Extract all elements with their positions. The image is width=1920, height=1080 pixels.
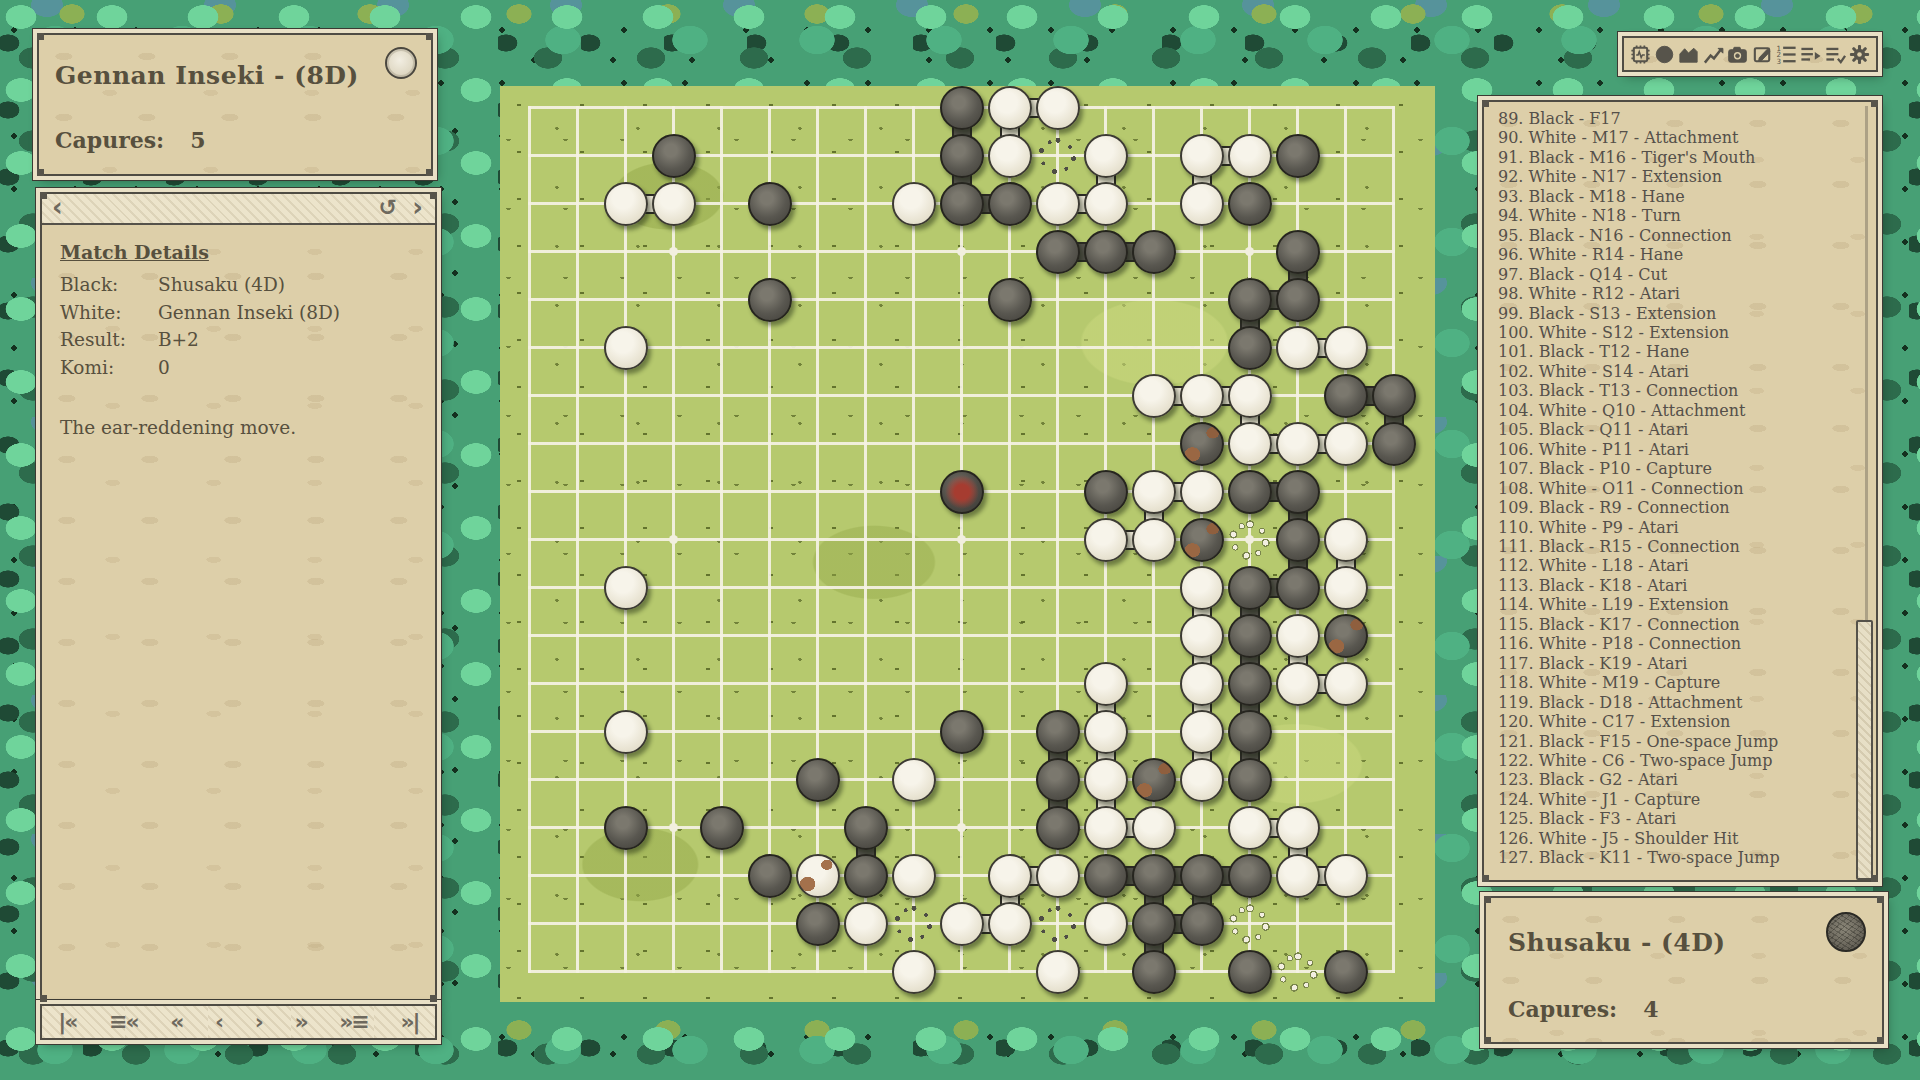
- move-list-item[interactable]: 98. White - R12 - Atari: [1498, 284, 1854, 303]
- white-stone-R12: [1276, 422, 1320, 466]
- black-stone-Q8: [1228, 614, 1272, 658]
- match-details-heading: Match Details: [60, 241, 417, 263]
- white-stone-S12: [1324, 422, 1368, 466]
- match-details-panel: ‹ ↺ › Match Details Black:Shusaku (4D)Wh…: [40, 192, 437, 1002]
- fast-forward-button[interactable]: »: [294, 1007, 306, 1037]
- white-stone-P9: [1180, 566, 1224, 610]
- white-stone-L18: [988, 134, 1032, 178]
- black-stone-N3: [1084, 854, 1128, 898]
- move-navigation-bar: |«≡««‹›»»≡»|: [40, 1004, 437, 1040]
- match-detail-row: Komi:0: [60, 354, 417, 382]
- scrollbar-thumb[interactable]: [1856, 620, 1873, 880]
- move-list-item[interactable]: 115. Black - K17 - Connection: [1498, 615, 1854, 634]
- black-stone-S8: [1324, 614, 1368, 658]
- black-stone-E4: [700, 806, 744, 850]
- jump-forward-button[interactable]: »≡: [339, 1007, 368, 1037]
- capture-marker-Q10: [1227, 517, 1273, 563]
- black-stone-Q1: [1228, 950, 1272, 994]
- detail-label: White:: [60, 299, 158, 327]
- match-detail-row: Result:B+2: [60, 326, 417, 354]
- move-list-item[interactable]: 95. Black - N16 - Connection: [1498, 226, 1854, 245]
- black-stone-F15: [748, 278, 792, 322]
- white-stone-H2: [844, 902, 888, 946]
- move-list-item[interactable]: 122. White - C6 - Two-space Jump: [1498, 751, 1854, 770]
- black-stone-M16: [1036, 230, 1080, 274]
- playlist-icon[interactable]: [1799, 43, 1822, 66]
- first-move-button[interactable]: |«: [58, 1007, 76, 1037]
- move-list-item[interactable]: 111. Black - R15 - Connection: [1498, 537, 1854, 556]
- white-stone-M3: [1036, 854, 1080, 898]
- move-list-item[interactable]: 123. Black - G2 - Atari: [1498, 770, 1854, 789]
- black-stone-O5: [1132, 758, 1176, 802]
- line-chart-icon[interactable]: [1702, 43, 1725, 66]
- move-list-item[interactable]: 107. Black - P10 - Capture: [1498, 459, 1854, 478]
- white-stone-M1: [1036, 950, 1080, 994]
- black-stone-L15: [988, 278, 1032, 322]
- corner-ornament: [426, 169, 433, 176]
- black-stone-N16: [1084, 230, 1128, 274]
- detail-value: 0: [158, 354, 170, 382]
- white-player-name: Gennan Inseki - (8D): [55, 61, 359, 90]
- move-list-item[interactable]: 94. White - N18 - Turn: [1498, 206, 1854, 225]
- black-stone-G5: [796, 758, 840, 802]
- black-stone-K19: [940, 86, 984, 130]
- white-stone-N7: [1084, 662, 1128, 706]
- white-stone-O11: [1132, 470, 1176, 514]
- move-list-item[interactable]: 103. Black - T13 - Connection: [1498, 381, 1854, 400]
- corner-ornament: [1482, 875, 1489, 882]
- match-details-rows: Black:Shusaku (4D)White:Gennan Inseki (8…: [60, 271, 417, 381]
- capture-marker-R1: [1275, 949, 1321, 995]
- white-stone-N17: [1084, 182, 1128, 226]
- move-list-item[interactable]: 124. White - J1 - Capture: [1498, 790, 1854, 809]
- white-stone-N4: [1084, 806, 1128, 850]
- corner-ornament: [40, 995, 47, 1002]
- capture-marker-Q2: [1227, 901, 1273, 947]
- white-stone-S9: [1324, 566, 1368, 610]
- white-stone-D17: [652, 182, 696, 226]
- white-stone-P6: [1180, 710, 1224, 754]
- move-list-item[interactable]: 109. Black - R9 - Connection: [1498, 498, 1854, 517]
- camera-icon[interactable]: [1726, 43, 1749, 66]
- black-stone-L17: [988, 182, 1032, 226]
- area-chart-icon[interactable]: [1677, 43, 1700, 66]
- black-stone-Q5: [1228, 758, 1272, 802]
- white-captures: Capures:5: [55, 127, 206, 153]
- star-point: [669, 247, 678, 256]
- white-stone-J17: [892, 182, 936, 226]
- stone-icon[interactable]: [1653, 43, 1676, 66]
- settings-icon[interactable]: [1848, 43, 1871, 66]
- white-stone-L19: [988, 86, 1032, 130]
- back-button[interactable]: ‹: [215, 1007, 222, 1037]
- black-stone-F17: [748, 182, 792, 226]
- detail-label: Result:: [60, 326, 158, 354]
- white-stone-L2: [988, 902, 1032, 946]
- black-stone-M5: [1036, 758, 1080, 802]
- jump-back-button[interactable]: ≡«: [109, 1007, 138, 1037]
- black-stone-S13: [1324, 374, 1368, 418]
- white-stone-N18: [1084, 134, 1128, 178]
- move-list-item[interactable]: 97. Black - Q14 - Cut: [1498, 265, 1854, 284]
- move-list-item[interactable]: 108. White - O11 - Connection: [1498, 479, 1854, 498]
- white-stone-Q18: [1228, 134, 1272, 178]
- black-stone-P3: [1180, 854, 1224, 898]
- white-stone-G3: [796, 854, 840, 898]
- black-stone-M6: [1036, 710, 1080, 754]
- black-stone-R16: [1276, 230, 1320, 274]
- black-captures: Capures:4: [1508, 996, 1659, 1022]
- black-stone-Q6: [1228, 710, 1272, 754]
- move-list-item[interactable]: 92. White - N17 - Extension: [1498, 167, 1854, 186]
- white-stone-R14: [1276, 326, 1320, 370]
- black-stone-P12: [1180, 422, 1224, 466]
- capture-marker-M2: [1035, 901, 1081, 947]
- move-list-item[interactable]: 96. White - R14 - Hane: [1498, 245, 1854, 264]
- star-point: [669, 823, 678, 832]
- star-point: [957, 535, 966, 544]
- black-stone-T12: [1372, 422, 1416, 466]
- black-stone-R15: [1276, 278, 1320, 322]
- black-stone-C4: [604, 806, 648, 850]
- corner-ornament: [37, 169, 44, 176]
- star-point: [669, 535, 678, 544]
- black-player-panel: Shusaku - (4D) Capures:4: [1484, 896, 1884, 1044]
- white-stone-P7: [1180, 662, 1224, 706]
- move-list-item[interactable]: 120. White - C17 - Extension: [1498, 712, 1854, 731]
- white-stone-Q12: [1228, 422, 1272, 466]
- white-stone-P17: [1180, 182, 1224, 226]
- move-list-item[interactable]: 126. White - J5 - Shoulder Hit: [1498, 829, 1854, 848]
- move-list: 89. Black - F1790. White - M17 - Attachm…: [1484, 102, 1854, 880]
- capture-marker-J2: [891, 901, 937, 947]
- white-captures-value: 5: [190, 127, 205, 153]
- white-stone-O13: [1132, 374, 1176, 418]
- match-detail-row: Black:Shusaku (4D): [60, 271, 417, 299]
- detail-value: B+2: [158, 326, 199, 354]
- black-stone-D18: [652, 134, 696, 178]
- white-stone-S3: [1324, 854, 1368, 898]
- black-stone-H4: [844, 806, 888, 850]
- black-stone-Q17: [1228, 182, 1272, 226]
- black-stone-P2: [1180, 902, 1224, 946]
- white-stone-R4: [1276, 806, 1320, 850]
- white-stone-C9: [604, 566, 648, 610]
- corner-ornament: [1871, 100, 1878, 107]
- checklist-icon[interactable]: [1824, 43, 1847, 66]
- black-stone-K18: [940, 134, 984, 178]
- white-captures-label: Capures:: [55, 127, 164, 153]
- white-stone-P18: [1180, 134, 1224, 178]
- white-stone-R3: [1276, 854, 1320, 898]
- move-list-item[interactable]: 99. Black - S13 - Extension: [1498, 304, 1854, 323]
- corner-ornament: [430, 995, 437, 1002]
- white-stone-J3: [892, 854, 936, 898]
- white-stone-P5: [1180, 758, 1224, 802]
- black-stone-T13: [1372, 374, 1416, 418]
- white-stone-C17: [604, 182, 648, 226]
- move-list-item[interactable]: 114. White - L19 - Extension: [1498, 595, 1854, 614]
- white-stone-M19: [1036, 86, 1080, 130]
- black-stone-R10: [1276, 518, 1320, 562]
- white-stone-C14: [604, 326, 648, 370]
- capture-marker-M18: [1035, 133, 1081, 179]
- white-stone-O10: [1132, 518, 1176, 562]
- white-stone-Q4: [1228, 806, 1272, 850]
- white-stone-N10: [1084, 518, 1128, 562]
- white-stone-J5: [892, 758, 936, 802]
- detail-label: Black:: [60, 271, 158, 299]
- move-list-item[interactable]: 121. Black - F15 - One-space Jump: [1498, 732, 1854, 751]
- white-stone-S14: [1324, 326, 1368, 370]
- move-list-item[interactable]: 110. White - P9 - Atari: [1498, 518, 1854, 537]
- white-stone-N2: [1084, 902, 1128, 946]
- match-detail-row: White:Gennan Inseki (8D): [60, 299, 417, 327]
- corner-ornament: [1877, 1037, 1884, 1044]
- numbered-list-icon[interactable]: 123: [1775, 43, 1798, 66]
- toolbar: 123: [1622, 36, 1878, 72]
- black-stone-K6: [940, 710, 984, 754]
- white-stone-R7: [1276, 662, 1320, 706]
- corner-ornament: [1871, 875, 1878, 882]
- white-stone-O4: [1132, 806, 1176, 850]
- white-stone-S10: [1324, 518, 1368, 562]
- white-stone-S7: [1324, 662, 1368, 706]
- black-stone-Q7: [1228, 662, 1272, 706]
- black-stone-K17: [940, 182, 984, 226]
- white-stone-icon: [385, 47, 417, 79]
- match-panel-header: ‹ ↺ ›: [42, 194, 435, 225]
- move-list-item[interactable]: 106. White - P11 - Atari: [1498, 440, 1854, 459]
- move-list-panel: 89. Black - F1790. White - M17 - Attachm…: [1482, 100, 1878, 882]
- corner-ornament: [430, 192, 437, 199]
- move-list-item[interactable]: 104. White - Q10 - Attachment: [1498, 401, 1854, 420]
- black-stone-icon: [1826, 912, 1866, 952]
- white-stone-P13: [1180, 374, 1224, 418]
- white-stone-K2: [940, 902, 984, 946]
- move-list-item[interactable]: 127. Black - K11 - Two-space Jump: [1498, 848, 1854, 867]
- black-stone-Q15: [1228, 278, 1272, 322]
- move-list-item[interactable]: 100. White - S12 - Extension: [1498, 323, 1854, 342]
- black-stone-P10: [1180, 518, 1224, 562]
- black-captures-label: Capures:: [1508, 996, 1617, 1022]
- move-list-item[interactable]: 93. Black - M18 - Hane: [1498, 187, 1854, 206]
- move-list-item[interactable]: 125. Black - F3 - Atari: [1498, 809, 1854, 828]
- corner-ornament: [1877, 896, 1884, 903]
- detail-label: Komi:: [60, 354, 158, 382]
- move-list-item[interactable]: 113. Black - K18 - Atari: [1498, 576, 1854, 595]
- black-stone-N11: [1084, 470, 1128, 514]
- black-stone-S1: [1324, 950, 1368, 994]
- svg-text:3: 3: [1776, 57, 1781, 66]
- white-stone-N6: [1084, 710, 1128, 754]
- black-stone-Q11: [1228, 470, 1272, 514]
- move-list-item[interactable]: 105. Black - Q11 - Atari: [1498, 420, 1854, 439]
- corner-ornament: [1484, 896, 1491, 903]
- move-list-item[interactable]: 90. White - M17 - Attachment: [1498, 128, 1854, 147]
- white-stone-R8: [1276, 614, 1320, 658]
- corner-ornament: [37, 33, 44, 40]
- white-stone-C6: [604, 710, 648, 754]
- move-list-item[interactable]: 91. Black - M16 - Tiger's Mouth: [1498, 148, 1854, 167]
- black-stone-O1: [1132, 950, 1176, 994]
- black-stone-O16: [1132, 230, 1176, 274]
- star-point: [1245, 247, 1254, 256]
- move-list-item[interactable]: 117. Black - K19 - Atari: [1498, 654, 1854, 673]
- corner-ornament: [1484, 1037, 1491, 1044]
- corner-ornament: [1482, 100, 1489, 107]
- black-stone-O2: [1132, 902, 1176, 946]
- white-stone-Q13: [1228, 374, 1272, 418]
- black-stone-F3: [748, 854, 792, 898]
- white-player-panel: Gennan Inseki - (8D) Capures:5: [37, 33, 433, 176]
- black-stone-O3: [1132, 854, 1176, 898]
- forward-button[interactable]: ›: [255, 1007, 262, 1037]
- black-stone-H3: [844, 854, 888, 898]
- move-list-item[interactable]: 119. Black - D18 - Attachment: [1498, 693, 1854, 712]
- black-stone-K11: [940, 470, 984, 514]
- detail-value: Gennan Inseki (8D): [158, 299, 340, 327]
- last-move-button[interactable]: »|: [400, 1007, 418, 1037]
- black-stone-R11: [1276, 470, 1320, 514]
- black-stone-R9: [1276, 566, 1320, 610]
- white-stone-P8: [1180, 614, 1224, 658]
- edit-icon[interactable]: [1751, 43, 1774, 66]
- white-stone-N5: [1084, 758, 1128, 802]
- black-stone-Q9: [1228, 566, 1272, 610]
- black-stone-Q14: [1228, 326, 1272, 370]
- ai-chip-icon[interactable]: [1629, 43, 1652, 66]
- star-point: [957, 823, 966, 832]
- black-stone-G2: [796, 902, 840, 946]
- move-list-item[interactable]: 116. White - P18 - Connection: [1498, 634, 1854, 653]
- panel-refresh-icon[interactable]: ↺: [379, 192, 397, 223]
- go-board[interactable]: [500, 86, 1435, 1002]
- detail-value: Shusaku (4D): [158, 271, 285, 299]
- move-list-item[interactable]: 89. Black - F17: [1498, 109, 1854, 128]
- go-review-app: Gennan Inseki - (8D) Capures:5 ‹ ↺ › Mat…: [0, 0, 1920, 1080]
- move-list-item[interactable]: 118. White - M19 - Capture: [1498, 673, 1854, 692]
- move-list-item[interactable]: 102. White - S14 - Atari: [1498, 362, 1854, 381]
- white-stone-M17: [1036, 182, 1080, 226]
- panel-back-icon[interactable]: ‹: [52, 192, 63, 223]
- white-stone-J1: [892, 950, 936, 994]
- match-details-content: Match Details Black:Shusaku (4D)White:Ge…: [42, 227, 435, 1000]
- white-stone-L3: [988, 854, 1032, 898]
- fast-back-button[interactable]: «: [170, 1007, 182, 1037]
- corner-ornament: [426, 33, 433, 40]
- corner-ornament: [40, 192, 47, 199]
- panel-forward-icon[interactable]: ›: [412, 192, 423, 223]
- star-point: [957, 247, 966, 256]
- match-note: The ear-reddening move.: [60, 417, 417, 438]
- black-player-name: Shusaku - (4D): [1508, 928, 1726, 957]
- black-stone-Q3: [1228, 854, 1272, 898]
- black-captures-value: 4: [1643, 996, 1658, 1022]
- move-list-item[interactable]: 112. White - L18 - Atari: [1498, 556, 1854, 575]
- black-stone-R18: [1276, 134, 1320, 178]
- black-stone-M4: [1036, 806, 1080, 850]
- move-list-item[interactable]: 101. Black - T12 - Hane: [1498, 342, 1854, 361]
- white-stone-P11: [1180, 470, 1224, 514]
